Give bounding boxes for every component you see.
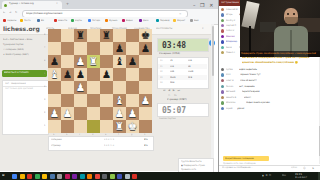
- tray-icons[interactable]: ▲ ⚙ ✉: [262, 174, 272, 177]
- taskbar-app-icon[interactable]: [12, 174, 17, 179]
- square-h1[interactable]: [139, 120, 152, 133]
- nav-item[interactable]: ИНСТРУМЕНТЫ: [156, 27, 172, 29]
- square-h8[interactable]: ♚: [139, 29, 152, 42]
- square-g8[interactable]: [126, 29, 139, 42]
- chat-username: Евгений: [226, 90, 235, 92]
- chat-username: Kirill: [226, 73, 231, 75]
- square-b2[interactable]: ♟: [61, 107, 74, 120]
- clock-top: 03:48: [157, 38, 209, 52]
- footer-link[interactable]: Правила чата: [181, 168, 196, 170]
- game-meta-line: Турнирная партия: [3, 43, 23, 45]
- avatar: [221, 85, 224, 88]
- square-g3[interactable]: [126, 94, 139, 107]
- square-h3[interactable]: ♟: [139, 94, 152, 107]
- black-p-piece[interactable]: ♟: [113, 42, 126, 55]
- start-button[interactable]: ⊞: [2, 173, 5, 177]
- square-f5[interactable]: [113, 68, 126, 81]
- chat-username: Roman: [226, 85, 233, 87]
- white-p-piece[interactable]: ♟: [74, 55, 87, 68]
- square-a5[interactable]: ♝: [48, 68, 61, 81]
- square-g7[interactable]: [126, 42, 139, 55]
- emoji-icon[interactable]: ☺: [303, 166, 306, 169]
- white-k-piece[interactable]: ♚: [126, 120, 139, 133]
- chat-username: Denis: [226, 46, 232, 48]
- new-tab-button[interactable]: +: [65, 2, 70, 6]
- square-d2[interactable]: [87, 107, 100, 120]
- footer-link[interactable]: ● Поддержать стрим: [181, 164, 205, 166]
- black-p-piece[interactable]: ♟: [48, 55, 61, 68]
- chat-message[interactable]: Олег Нслон a5 висит?: [221, 78, 319, 83]
- chat-tabs[interactable]: Чат · Уведомления: [5, 82, 26, 84]
- avatar: [221, 101, 224, 104]
- square-d5[interactable]: [87, 68, 100, 81]
- lichess-logo[interactable]: lichess.org: [3, 25, 40, 32]
- square-g6[interactable]: ♟: [126, 55, 139, 68]
- bookmark-favicon: [3, 19, 6, 22]
- footer-links[interactable]: Группа ВКонтакте● Поддержать стримПравил…: [178, 158, 214, 173]
- square-c8[interactable]: ♜: [74, 29, 87, 42]
- square-h2[interactable]: [139, 107, 152, 120]
- pinned-message[interactable]: Закреплённое сообщение: [223, 156, 269, 161]
- avatar: [221, 73, 224, 76]
- square-a8[interactable]: [48, 29, 61, 42]
- scrollbar-thumb[interactable]: [212, 26, 214, 76]
- chat-text: ладья зашла красиво: [246, 101, 270, 103]
- chat-text: класс!: [244, 96, 251, 98]
- chat-message[interactable]: Kirillчёрным тяжко тут: [221, 73, 319, 78]
- square-e1[interactable]: [100, 120, 113, 133]
- square-a6[interactable]: ♟: [48, 55, 61, 68]
- crosstable-row: Стример1 0 1 ½ 02½: [49, 143, 152, 149]
- chat-message[interactable]: Юрийудачи!: [221, 106, 319, 111]
- black-p-piece[interactable]: ♟: [126, 55, 139, 68]
- square-f2[interactable]: ♟: [113, 107, 126, 120]
- black-p-piece[interactable]: ♟: [139, 42, 152, 55]
- game-meta-line: 5+3 • Рейтинговая • Блиц: [3, 38, 32, 40]
- square-e8[interactable]: ♜: [100, 29, 113, 42]
- donation-ticker: Поддержать стрим: donationalerts.com/r/s…: [240, 51, 320, 57]
- avatar: [221, 8, 224, 11]
- back-icon[interactable]: ←: [3, 10, 5, 13]
- black-r-piece[interactable]: ♜: [74, 29, 87, 42]
- bookmark-favicon: [105, 19, 108, 22]
- white-p-piece[interactable]: ♟: [126, 107, 139, 120]
- white-b-piece[interactable]: ♝: [113, 94, 126, 107]
- chat-text: берегите время: [242, 90, 260, 92]
- chat-note: Чат только для зрителей: [5, 87, 33, 89]
- chat-username: Anton V: [226, 29, 234, 31]
- avatar: [221, 29, 224, 32]
- chat-text: чёрным тяжко тут: [240, 73, 260, 75]
- move-controls[interactable]: ⏮ ◀ ▶ ⏭: [163, 88, 181, 91]
- chess-board[interactable]: ♜♜♚♟♟♟♟♜♝♟♝♟♟♟♟♝♟♟♟♟♟♜♚: [48, 29, 152, 133]
- bookmark-favicon: [190, 19, 193, 22]
- page-scrollbar[interactable]: [211, 24, 214, 171]
- clock-time[interactable]: 21:21: [295, 173, 302, 176]
- square-f1[interactable]: ♜: [113, 120, 126, 133]
- reload-icon[interactable]: ↻: [15, 10, 17, 13]
- chat-username: Stanislav: [226, 101, 236, 103]
- square-g1[interactable]: ♚: [126, 120, 139, 133]
- game-meta-line: ⚪ Соперник (2453): [3, 48, 24, 50]
- chat-message[interactable]: Romanнет, защищён: [221, 84, 319, 89]
- avatar: [221, 35, 224, 38]
- crosstable: Соперник0 1 0 ½ 12½Стример1 0 1 ½ 02½: [48, 136, 154, 151]
- bookmark-favicon: [156, 19, 159, 22]
- chat-message[interactable]: Stanislavладья зашла красиво: [221, 101, 319, 106]
- avatar: [221, 51, 224, 54]
- square-f4[interactable]: [113, 81, 126, 94]
- square-h7[interactable]: ♟: [139, 42, 152, 55]
- square-c6[interactable]: ♟: [74, 55, 87, 68]
- square-f8[interactable]: [113, 29, 126, 42]
- desktop-screen: Турнир • lichess.org ✕ + – ❐ ✕ ← → ↻ htt…: [0, 0, 320, 180]
- square-c1[interactable]: [74, 120, 87, 133]
- square-c4[interactable]: ♟: [74, 81, 87, 94]
- chat-message[interactable]: Артёмждём эндшпиль: [221, 67, 319, 72]
- window-controls[interactable]: – ❐ ✕: [193, 2, 215, 8]
- white-p-piece[interactable]: ♟: [113, 107, 126, 120]
- avatar: [221, 107, 224, 110]
- square-a7[interactable]: [48, 42, 61, 55]
- square-d6[interactable]: ♜: [87, 55, 100, 68]
- analysis-link[interactable]: Анализ партии: [159, 117, 176, 119]
- square-g2[interactable]: ♟: [126, 107, 139, 120]
- white-b-piece[interactable]: ♝: [48, 68, 61, 81]
- taskbar-app-icon[interactable]: [125, 174, 130, 179]
- white-p-piece[interactable]: ♟: [48, 107, 61, 120]
- chat-username: Игорь: [226, 13, 233, 15]
- square-g4[interactable]: [126, 81, 139, 94]
- chat-text: слон a5 висит?: [240, 79, 257, 81]
- taskbar-app-icon[interactable]: [72, 174, 77, 179]
- taskbar-app-icon[interactable]: [50, 174, 55, 179]
- taskbar-app-icon[interactable]: [57, 174, 62, 179]
- taskbar-app-icon[interactable]: [87, 174, 92, 179]
- square-d3[interactable]: [87, 94, 100, 107]
- chat-text: ждём эндшпиль: [239, 68, 257, 70]
- tab-close-icon[interactable]: ✕: [56, 2, 58, 5]
- avatar: [221, 90, 224, 93]
- avatar: [221, 79, 224, 82]
- chat-text: нет, защищён: [239, 85, 255, 87]
- taskbar-app-icon[interactable]: [80, 174, 85, 179]
- square-b8[interactable]: [61, 29, 74, 42]
- donation-line-2: донатов: donationalerts.com/r/stream 🙂: [242, 61, 298, 64]
- tab-title: Турнир • lichess.org: [9, 2, 34, 5]
- square-h4[interactable]: [139, 81, 152, 94]
- taskbar-app-icon[interactable]: [27, 174, 32, 179]
- square-a3[interactable]: [48, 94, 61, 107]
- taskbar-app-icon[interactable]: [20, 174, 25, 179]
- square-d1[interactable]: [87, 120, 100, 133]
- search-icon[interactable]: ⌕: [202, 26, 204, 30]
- square-c3[interactable]: [74, 94, 87, 107]
- black-b-piece[interactable]: ♝: [113, 55, 126, 68]
- square-e3[interactable]: [100, 94, 113, 107]
- send-icon[interactable]: ➤: [312, 166, 314, 169]
- game-action-icons[interactable]: ⚐ ½: [168, 93, 178, 96]
- square-b6[interactable]: [61, 55, 74, 68]
- chat-username: Юрий: [226, 107, 232, 109]
- clock-bottom: 05:07: [157, 103, 209, 117]
- square-b3[interactable]: [61, 94, 74, 107]
- move-row[interactable]: 24Лd6: [158, 80, 207, 86]
- taskbar-app-icon[interactable]: [102, 174, 107, 179]
- taskbar-app-icon[interactable]: [117, 174, 122, 179]
- chat-message[interactable]: Евгенийберегите время: [221, 89, 319, 94]
- white-r-piece[interactable]: ♜: [87, 55, 100, 68]
- footer-link[interactable]: Группа ВКонтакте: [181, 160, 201, 162]
- square-c2[interactable]: [74, 107, 87, 120]
- forward-icon[interactable]: →: [9, 10, 11, 13]
- chat-username: Максим: [226, 35, 234, 37]
- tab-favicon: [4, 4, 7, 7]
- square-e4[interactable]: [100, 81, 113, 94]
- bookmark-star-icon[interactable]: ☆: [179, 12, 181, 15]
- square-a1[interactable]: [48, 120, 61, 133]
- game-meta-box: 5+3 • Рейтинговая • БлицТурнирная партия…: [2, 36, 47, 70]
- square-d7[interactable]: [87, 42, 100, 55]
- bookmark-favicon: [173, 19, 176, 22]
- softbox-light: [241, 1, 259, 29]
- black-p-piece[interactable]: ♟: [100, 68, 113, 81]
- square-d8[interactable]: [87, 29, 100, 42]
- chat-username: Dmitry K: [226, 19, 235, 21]
- chat-username: Владимир: [226, 40, 237, 42]
- chat-input-placeholder: Отправить сообщение…: [222, 166, 253, 169]
- avatar: [221, 68, 224, 71]
- player-top[interactable]: Соперник (2453): [159, 52, 180, 55]
- game-meta-line: ⚫ WGM Стример (2487): [3, 53, 29, 55]
- black-k-piece[interactable]: ♚: [139, 29, 152, 42]
- taskbar-app-icon[interactable]: [35, 174, 40, 179]
- square-d4[interactable]: [87, 81, 100, 94]
- taskbar-app-icon[interactable]: [65, 174, 70, 179]
- square-e5[interactable]: ♟: [100, 68, 113, 81]
- white-r-piece[interactable]: ♜: [113, 120, 126, 133]
- square-e6[interactable]: [100, 55, 113, 68]
- chat-username: Артём: [226, 68, 233, 70]
- chat-username: Олег Н: [226, 79, 234, 81]
- bookmark-favicon: [88, 19, 91, 22]
- taskbar-app-icon[interactable]: [110, 174, 115, 179]
- square-f7[interactable]: ♟: [113, 42, 126, 55]
- bookmark-favicon: [139, 19, 142, 22]
- square-e7[interactable]: [100, 42, 113, 55]
- board-rank-coords: 87654321: [44, 29, 48, 133]
- square-g5[interactable]: [126, 68, 139, 81]
- white-p-piece[interactable]: ♟: [74, 81, 87, 94]
- bookmark-favicon: [37, 19, 40, 22]
- black-p-piece[interactable]: ♟: [61, 68, 74, 81]
- spectator-chat-box[interactable]: Чат · Уведомления Чат только для зрителе…: [2, 80, 49, 135]
- bookmark-favicon: [71, 19, 74, 22]
- lichess-page: lichess.org ИГРАТЬЗАДАЧИПРАКТИКАТРАНСЛЯЦ…: [0, 24, 214, 171]
- avatar: [221, 40, 224, 43]
- chat-username: Павел С: [226, 51, 235, 53]
- chat-input[interactable]: Отправить сообщение… 0/200 ☺ ➤: [221, 165, 319, 171]
- square-c7[interactable]: [74, 42, 87, 55]
- avatar: [221, 13, 224, 16]
- webcam-video: Поддержать стрим: donationalerts.com/r/s…: [240, 0, 320, 57]
- square-a4[interactable]: [48, 81, 61, 94]
- avatar: [221, 24, 224, 27]
- square-f3[interactable]: ♝: [113, 94, 126, 107]
- chat-username: Сергей П: [226, 24, 236, 26]
- square-h6[interactable]: [139, 55, 152, 68]
- avatar: [221, 46, 224, 49]
- avatar: [221, 19, 224, 22]
- browser-tab[interactable]: Турнир • lichess.org ✕: [2, 1, 62, 9]
- taskbar-app-icon[interactable]: [95, 174, 100, 179]
- url-text: https://lichess.org/tournament: [26, 12, 62, 15]
- square-b1[interactable]: [61, 120, 74, 133]
- white-p-piece[interactable]: ♟: [61, 107, 74, 120]
- taskbar-app-icon[interactable]: [42, 174, 47, 179]
- square-c5[interactable]: ♟: [74, 68, 87, 81]
- bookmark-favicon: [20, 19, 23, 22]
- bookmark-favicon: [54, 19, 57, 22]
- square-a2[interactable]: ♟: [48, 107, 61, 120]
- chat-text: удачи!: [237, 107, 244, 109]
- back-to-tournament-button[interactable]: ВЕРНУТЬСЯ К ТУРНИРУ: [2, 70, 47, 77]
- square-b7[interactable]: [61, 42, 74, 55]
- taskbar-app-icon[interactable]: [132, 174, 137, 179]
- square-e2[interactable]: [100, 107, 113, 120]
- square-b5[interactable]: ♟: [61, 68, 74, 81]
- square-f6[interactable]: ♝: [113, 55, 126, 68]
- clock-date: 21.03.2017: [295, 176, 307, 178]
- square-h5[interactable]: [139, 68, 152, 81]
- bookmark-favicon: [122, 19, 125, 22]
- taskbar: ⊞ ▲ ⚙ ✉ РУС 21:21 21.03.2017: [0, 172, 320, 180]
- black-r-piece[interactable]: ♜: [100, 29, 113, 42]
- char-counter: 0/200: [291, 166, 297, 168]
- chat-message[interactable]: Никита Бкласс!: [221, 95, 319, 100]
- white-p-piece[interactable]: ♟: [139, 94, 152, 107]
- chat-username: Алексей М: [226, 8, 238, 10]
- beard: [285, 17, 298, 24]
- language-indicator[interactable]: РУС: [282, 174, 286, 176]
- black-p-piece[interactable]: ♟: [74, 68, 87, 81]
- move-list[interactable]: 20c5Сc621Сc4b522Сd5Сxd523Лxd5Лc824Лd6: [157, 57, 209, 89]
- chat-username: Никита Б: [226, 96, 236, 98]
- square-b4[interactable]: [61, 81, 74, 94]
- avatar: [221, 96, 224, 99]
